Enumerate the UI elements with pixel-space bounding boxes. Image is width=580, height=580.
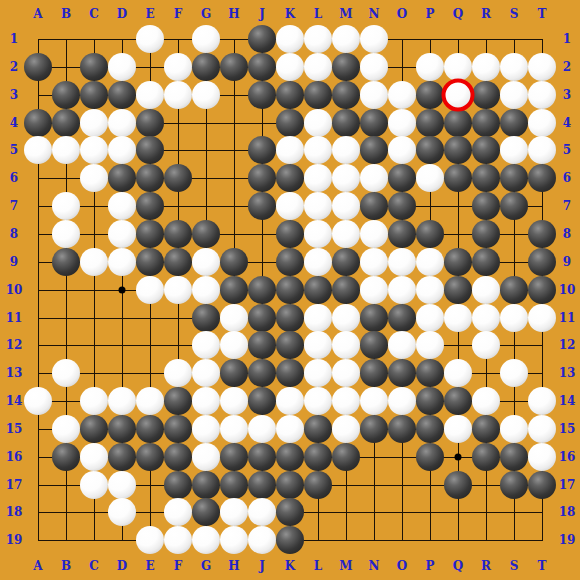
stone-black[interactable] (528, 248, 556, 276)
stone-white[interactable] (276, 192, 304, 220)
stone-black[interactable] (136, 220, 164, 248)
stone-black[interactable] (136, 443, 164, 471)
stone-white[interactable] (108, 498, 136, 526)
row-label-right: 6 (563, 171, 571, 185)
stone-white[interactable] (360, 81, 388, 109)
stone-black[interactable] (332, 81, 360, 109)
stone-white[interactable] (276, 387, 304, 415)
column-label-bottom: S (510, 559, 519, 573)
stone-white[interactable] (80, 248, 108, 276)
stone-black[interactable] (500, 443, 528, 471)
stone-white[interactable] (108, 53, 136, 81)
stone-black[interactable] (164, 415, 192, 443)
column-label-top: A (33, 7, 42, 21)
stone-black[interactable] (388, 359, 416, 387)
stone-white[interactable] (500, 81, 528, 109)
stone-black[interactable] (276, 276, 304, 304)
stone-white[interactable] (500, 136, 528, 164)
stone-black[interactable] (472, 443, 500, 471)
stone-white[interactable] (304, 359, 332, 387)
row-label-left: 14 (6, 394, 23, 408)
stone-black[interactable] (52, 109, 80, 137)
stone-white[interactable] (192, 81, 220, 109)
stone-white[interactable] (332, 304, 360, 332)
stone-black[interactable] (220, 276, 248, 304)
stone-white[interactable] (192, 359, 220, 387)
stone-white[interactable] (80, 136, 108, 164)
row-label-left: 1 (10, 32, 18, 46)
stone-black[interactable] (276, 471, 304, 499)
stone-black[interactable] (80, 415, 108, 443)
column-label-top: G (201, 7, 211, 21)
stone-white[interactable] (136, 276, 164, 304)
stone-white[interactable] (304, 248, 332, 276)
stone-black[interactable] (304, 81, 332, 109)
row-label-left: 6 (10, 171, 18, 185)
stone-white[interactable] (332, 136, 360, 164)
stone-white[interactable] (528, 81, 556, 109)
stone-white[interactable] (192, 25, 220, 53)
stone-white[interactable] (108, 109, 136, 137)
column-label-bottom: E (145, 559, 154, 573)
stone-black[interactable] (332, 53, 360, 81)
stone-black[interactable] (360, 192, 388, 220)
stone-white[interactable] (192, 248, 220, 276)
stone-black[interactable] (164, 164, 192, 192)
stone-white[interactable] (24, 136, 52, 164)
stone-white[interactable] (52, 359, 80, 387)
row-label-right: 3 (563, 88, 571, 102)
stone-white[interactable] (360, 220, 388, 248)
stone-black[interactable] (500, 109, 528, 137)
stone-white[interactable] (360, 53, 388, 81)
column-label-top: O (397, 7, 407, 21)
stone-white[interactable] (304, 387, 332, 415)
stone-black[interactable] (248, 359, 276, 387)
stone-black[interactable] (136, 164, 164, 192)
stone-black[interactable] (416, 387, 444, 415)
stone-black[interactable] (248, 53, 276, 81)
stone-black[interactable] (248, 164, 276, 192)
stone-white[interactable] (108, 471, 136, 499)
stone-white[interactable] (388, 331, 416, 359)
stone-black[interactable] (388, 164, 416, 192)
stone-black[interactable] (136, 192, 164, 220)
stone-white[interactable] (80, 164, 108, 192)
stone-white[interactable] (164, 81, 192, 109)
stone-white[interactable] (220, 415, 248, 443)
stone-black[interactable] (332, 276, 360, 304)
stone-black[interactable] (136, 248, 164, 276)
stone-black[interactable] (388, 220, 416, 248)
stone-white[interactable] (80, 109, 108, 137)
stone-white[interactable] (444, 304, 472, 332)
stone-white[interactable] (52, 136, 80, 164)
row-label-left: 17 (6, 478, 23, 492)
stone-black[interactable] (360, 359, 388, 387)
row-label-right: 16 (559, 450, 576, 464)
column-label-bottom: G (201, 559, 211, 573)
stone-black[interactable] (276, 220, 304, 248)
stone-white[interactable] (164, 53, 192, 81)
stone-black[interactable] (136, 136, 164, 164)
stone-white[interactable] (528, 304, 556, 332)
stone-white[interactable] (388, 81, 416, 109)
stone-black[interactable] (388, 304, 416, 332)
stone-white[interactable] (472, 387, 500, 415)
stone-black[interactable] (24, 109, 52, 137)
stone-white[interactable] (164, 359, 192, 387)
stone-white[interactable] (108, 248, 136, 276)
last-move-marker (442, 79, 475, 112)
stone-black[interactable] (108, 415, 136, 443)
stone-white[interactable] (360, 387, 388, 415)
stone-white[interactable] (276, 25, 304, 53)
stone-black[interactable] (416, 136, 444, 164)
stone-white[interactable] (500, 53, 528, 81)
stone-black[interactable] (192, 498, 220, 526)
stone-white[interactable] (304, 331, 332, 359)
stone-black[interactable] (360, 331, 388, 359)
stone-black[interactable] (276, 109, 304, 137)
stone-white[interactable] (164, 276, 192, 304)
stone-black[interactable] (416, 109, 444, 137)
row-label-right: 15 (559, 422, 576, 436)
stone-white[interactable] (248, 415, 276, 443)
stone-black[interactable] (276, 304, 304, 332)
stone-white[interactable] (472, 53, 500, 81)
stone-white[interactable] (248, 498, 276, 526)
stone-black[interactable] (192, 220, 220, 248)
column-label-top: H (228, 7, 239, 21)
stone-black[interactable] (304, 276, 332, 304)
stone-black[interactable] (276, 81, 304, 109)
row-label-right: 13 (559, 366, 576, 380)
stone-black[interactable] (528, 471, 556, 499)
stone-black[interactable] (332, 248, 360, 276)
stone-black[interactable] (472, 164, 500, 192)
stone-white[interactable] (136, 526, 164, 554)
row-label-left: 16 (6, 450, 23, 464)
stone-black[interactable] (444, 164, 472, 192)
column-label-bottom: N (369, 559, 380, 573)
stone-black[interactable] (500, 192, 528, 220)
stone-white[interactable] (52, 220, 80, 248)
stone-white[interactable] (472, 276, 500, 304)
stone-black[interactable] (528, 220, 556, 248)
stone-white[interactable] (360, 25, 388, 53)
stone-black[interactable] (444, 248, 472, 276)
stone-white[interactable] (52, 415, 80, 443)
stone-black[interactable] (248, 304, 276, 332)
stone-black[interactable] (192, 304, 220, 332)
stone-white[interactable] (192, 387, 220, 415)
stone-black[interactable] (248, 25, 276, 53)
stone-black[interactable] (528, 164, 556, 192)
stone-black[interactable] (276, 164, 304, 192)
stone-white[interactable] (416, 331, 444, 359)
stone-black[interactable] (528, 276, 556, 304)
stone-black[interactable] (276, 359, 304, 387)
stone-white[interactable] (360, 276, 388, 304)
stone-black[interactable] (360, 304, 388, 332)
stone-white[interactable] (444, 415, 472, 443)
stone-black[interactable] (220, 471, 248, 499)
stone-black[interactable] (248, 387, 276, 415)
stone-white[interactable] (332, 220, 360, 248)
stone-white[interactable] (388, 136, 416, 164)
stone-white[interactable] (304, 53, 332, 81)
stone-white[interactable] (220, 304, 248, 332)
row-label-right: 14 (559, 394, 576, 408)
column-label-top: D (117, 7, 127, 21)
stone-white[interactable] (192, 331, 220, 359)
stone-white[interactable] (528, 53, 556, 81)
stone-white[interactable] (528, 109, 556, 137)
stone-black[interactable] (472, 81, 500, 109)
stone-white[interactable] (304, 304, 332, 332)
stone-black[interactable] (500, 164, 528, 192)
row-label-left: 7 (10, 199, 18, 213)
column-label-bottom: K (285, 559, 295, 573)
stone-black[interactable] (416, 359, 444, 387)
stone-white[interactable] (388, 387, 416, 415)
stone-white[interactable] (528, 415, 556, 443)
stone-black[interactable] (276, 526, 304, 554)
stone-black[interactable] (192, 471, 220, 499)
stone-white[interactable] (192, 443, 220, 471)
row-label-left: 2 (10, 60, 18, 74)
column-label-top: E (145, 7, 154, 21)
stone-white[interactable] (136, 25, 164, 53)
stone-black[interactable] (276, 498, 304, 526)
stone-black[interactable] (164, 220, 192, 248)
stone-black[interactable] (304, 471, 332, 499)
stone-black[interactable] (164, 248, 192, 276)
column-label-top: F (174, 7, 183, 21)
stone-black[interactable] (24, 53, 52, 81)
stone-black[interactable] (220, 53, 248, 81)
column-label-bottom: P (425, 559, 434, 573)
stone-black[interactable] (80, 81, 108, 109)
stone-black[interactable] (108, 81, 136, 109)
stone-black[interactable] (220, 359, 248, 387)
stone-black[interactable] (276, 248, 304, 276)
stone-white[interactable] (136, 387, 164, 415)
stone-black[interactable] (444, 136, 472, 164)
stone-black[interactable] (416, 81, 444, 109)
stone-white[interactable] (164, 498, 192, 526)
stone-white[interactable] (528, 387, 556, 415)
stone-white[interactable] (80, 387, 108, 415)
stone-white[interactable] (248, 526, 276, 554)
column-label-bottom: D (117, 559, 127, 573)
stone-black[interactable] (248, 471, 276, 499)
stone-white[interactable] (332, 387, 360, 415)
star-point (455, 454, 462, 461)
stone-black[interactable] (276, 443, 304, 471)
stone-black[interactable] (248, 136, 276, 164)
stone-black[interactable] (108, 443, 136, 471)
stone-white[interactable] (528, 443, 556, 471)
stone-black[interactable] (108, 164, 136, 192)
stone-black[interactable] (500, 276, 528, 304)
stone-black[interactable] (472, 248, 500, 276)
stone-black[interactable] (136, 109, 164, 137)
stone-white[interactable] (500, 304, 528, 332)
stone-black[interactable] (472, 415, 500, 443)
stone-white[interactable] (24, 387, 52, 415)
stone-white[interactable] (52, 192, 80, 220)
column-label-bottom: J (259, 559, 265, 573)
stone-white[interactable] (304, 192, 332, 220)
stone-black[interactable] (444, 471, 472, 499)
stone-white[interactable] (276, 136, 304, 164)
stone-white[interactable] (332, 192, 360, 220)
row-label-left: 5 (10, 143, 18, 157)
stone-black[interactable] (416, 415, 444, 443)
row-label-right: 11 (559, 311, 576, 325)
stone-white[interactable] (304, 164, 332, 192)
stone-black[interactable] (52, 248, 80, 276)
stone-black[interactable] (388, 192, 416, 220)
stone-white[interactable] (388, 109, 416, 137)
stone-black[interactable] (248, 443, 276, 471)
stone-white[interactable] (220, 498, 248, 526)
stone-black[interactable] (444, 109, 472, 137)
stone-black[interactable] (164, 443, 192, 471)
stone-white[interactable] (416, 304, 444, 332)
stone-white[interactable] (220, 526, 248, 554)
stone-black[interactable] (276, 331, 304, 359)
stone-black[interactable] (472, 109, 500, 137)
stone-white[interactable] (500, 415, 528, 443)
stone-white[interactable] (388, 276, 416, 304)
stone-white[interactable] (304, 25, 332, 53)
stone-black[interactable] (304, 443, 332, 471)
stone-black[interactable] (472, 220, 500, 248)
row-label-right: 1 (563, 32, 571, 46)
stone-white[interactable] (108, 387, 136, 415)
stone-black[interactable] (444, 276, 472, 304)
stone-white[interactable] (304, 109, 332, 137)
column-label-top: R (481, 7, 491, 21)
stone-white[interactable] (332, 359, 360, 387)
stone-white[interactable] (332, 415, 360, 443)
stone-black[interactable] (472, 136, 500, 164)
stone-white[interactable] (80, 471, 108, 499)
stone-black[interactable] (248, 192, 276, 220)
stone-white[interactable] (164, 526, 192, 554)
column-label-bottom: Q (453, 559, 463, 573)
stone-black[interactable] (388, 415, 416, 443)
star-point (119, 287, 126, 294)
stone-white[interactable] (472, 331, 500, 359)
stone-black[interactable] (500, 471, 528, 499)
stone-white[interactable] (332, 25, 360, 53)
row-label-left: 15 (6, 422, 23, 436)
stone-white[interactable] (192, 526, 220, 554)
stone-white[interactable] (108, 220, 136, 248)
row-label-left: 12 (6, 338, 23, 352)
stone-white[interactable] (360, 248, 388, 276)
stone-white[interactable] (332, 331, 360, 359)
stone-white[interactable] (416, 164, 444, 192)
go-board[interactable]: AABBCCDDEEFFGGHHJJKKLLMMNNOOPPQQRRSSTT11… (0, 0, 580, 580)
stone-white[interactable] (360, 164, 388, 192)
stone-white[interactable] (472, 304, 500, 332)
stone-white[interactable] (276, 53, 304, 81)
stone-white[interactable] (276, 415, 304, 443)
stone-black[interactable] (220, 443, 248, 471)
stone-white[interactable] (416, 276, 444, 304)
stone-white[interactable] (416, 248, 444, 276)
stone-black[interactable] (416, 220, 444, 248)
stone-black[interactable] (360, 415, 388, 443)
stone-white[interactable] (192, 276, 220, 304)
stone-black[interactable] (248, 276, 276, 304)
stone-black[interactable] (52, 81, 80, 109)
row-label-right: 4 (563, 116, 571, 130)
stone-white[interactable] (416, 53, 444, 81)
column-label-bottom: O (397, 559, 407, 573)
stone-white[interactable] (220, 387, 248, 415)
stone-white[interactable] (332, 164, 360, 192)
stone-white[interactable] (108, 136, 136, 164)
stone-black[interactable] (80, 53, 108, 81)
stone-black[interactable] (332, 109, 360, 137)
row-label-left: 11 (6, 311, 23, 325)
stone-white[interactable] (192, 415, 220, 443)
row-label-left: 8 (10, 227, 18, 241)
stone-white[interactable] (304, 136, 332, 164)
stone-white[interactable] (444, 359, 472, 387)
column-label-bottom: B (61, 559, 71, 573)
stone-black[interactable] (164, 387, 192, 415)
stone-black[interactable] (360, 136, 388, 164)
stone-white[interactable] (80, 443, 108, 471)
stone-white[interactable] (108, 192, 136, 220)
column-label-bottom: R (481, 559, 491, 573)
stone-white[interactable] (528, 136, 556, 164)
column-label-top: S (510, 7, 519, 21)
column-label-bottom: M (339, 559, 352, 573)
stone-black[interactable] (472, 192, 500, 220)
row-label-left: 10 (6, 283, 23, 297)
stone-black[interactable] (136, 415, 164, 443)
stone-black[interactable] (444, 387, 472, 415)
stone-black[interactable] (360, 109, 388, 137)
stone-white[interactable] (388, 248, 416, 276)
stone-black[interactable] (332, 443, 360, 471)
row-label-right: 10 (559, 283, 576, 297)
stone-white[interactable] (444, 53, 472, 81)
stone-black[interactable] (416, 443, 444, 471)
stone-black[interactable] (248, 331, 276, 359)
stone-black[interactable] (52, 443, 80, 471)
column-label-top: B (61, 7, 71, 21)
stone-white[interactable] (304, 220, 332, 248)
stone-black[interactable] (192, 53, 220, 81)
stone-white[interactable] (136, 81, 164, 109)
stone-black[interactable] (304, 415, 332, 443)
column-label-bottom: T (538, 559, 547, 573)
stone-black[interactable] (164, 471, 192, 499)
stone-black[interactable] (248, 81, 276, 109)
stone-white[interactable] (220, 331, 248, 359)
stone-black[interactable] (220, 248, 248, 276)
stone-white[interactable] (500, 359, 528, 387)
